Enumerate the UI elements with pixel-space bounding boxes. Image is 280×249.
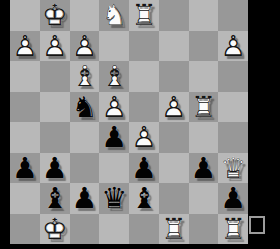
black-bishop[interactable]: ♝ (129, 183, 159, 214)
square-d8[interactable]: ♞♘ (99, 0, 129, 31)
chess-diagram: ♚♔♞♘♜♖♟♙♟♙♟♙♟♙♝♗♝♗♞♟♙♟♙♜♖♟♟♙♟♟♟♟♛♕♝♟♛♝♟♚… (0, 0, 280, 249)
square-a6[interactable] (10, 61, 40, 92)
white-bishop-outline: ♗ (101, 61, 127, 92)
black-pawn[interactable]: ♟ (129, 153, 159, 184)
white-rook[interactable]: ♜♖ (129, 0, 159, 31)
white-rook[interactable]: ♜♖ (189, 92, 219, 123)
square-f5[interactable]: ♟♙ (159, 92, 189, 123)
white-rook[interactable]: ♜♖ (159, 214, 189, 245)
black-knight[interactable]: ♞ (70, 92, 100, 123)
black-bishop[interactable]: ♝ (40, 183, 70, 214)
white-pawn-outline: ♙ (101, 92, 127, 123)
square-f6[interactable] (159, 61, 189, 92)
square-e5[interactable] (129, 92, 159, 123)
square-g7[interactable] (189, 31, 219, 62)
black-pawn-glyph: ♟ (71, 183, 97, 214)
square-b4[interactable] (40, 122, 70, 153)
square-a4[interactable] (10, 122, 40, 153)
white-pawn-outline: ♙ (161, 92, 187, 123)
black-bishop-glyph: ♝ (131, 183, 157, 214)
square-c8[interactable] (70, 0, 100, 31)
square-b8[interactable]: ♚♔ (40, 0, 70, 31)
white-rook-outline: ♖ (190, 92, 216, 123)
square-a5[interactable] (10, 92, 40, 123)
white-bishop[interactable]: ♝♗ (70, 61, 100, 92)
white-rook-outline: ♖ (220, 214, 246, 245)
square-c4[interactable] (70, 122, 100, 153)
square-a3[interactable]: ♟ (10, 153, 40, 184)
black-bishop-glyph: ♝ (42, 183, 68, 214)
square-h2[interactable]: ♟ (218, 183, 248, 214)
white-bishop-outline: ♗ (71, 61, 97, 92)
white-pawn-outline: ♙ (71, 31, 97, 62)
square-e1[interactable] (129, 214, 159, 245)
square-e4[interactable]: ♟♙ (129, 122, 159, 153)
square-c2[interactable]: ♟ (70, 183, 100, 214)
square-g3[interactable]: ♟ (189, 153, 219, 184)
square-b2[interactable]: ♝ (40, 183, 70, 214)
black-pawn-glyph: ♟ (42, 153, 68, 184)
square-c1[interactable] (70, 214, 100, 245)
white-pawn[interactable]: ♟♙ (218, 31, 248, 62)
black-pawn-glyph: ♟ (190, 153, 216, 184)
square-d7[interactable] (99, 31, 129, 62)
black-pawn-glyph: ♟ (12, 153, 38, 184)
square-d6[interactable]: ♝♗ (99, 61, 129, 92)
side-to-move-indicator (249, 216, 265, 234)
square-b5[interactable] (40, 92, 70, 123)
square-e8[interactable]: ♜♖ (129, 0, 159, 31)
white-pawn-outline: ♙ (220, 31, 246, 62)
square-c7[interactable]: ♟♙ (70, 31, 100, 62)
white-knight[interactable]: ♞♘ (99, 0, 129, 31)
square-h3[interactable]: ♛♕ (218, 153, 248, 184)
square-g5[interactable]: ♜♖ (189, 92, 219, 123)
square-h8[interactable] (218, 0, 248, 31)
white-rook-outline: ♖ (131, 0, 157, 31)
white-rook-outline: ♖ (161, 214, 187, 245)
black-queen-glyph: ♛ (101, 183, 127, 214)
square-d3[interactable] (99, 153, 129, 184)
white-king-outline: ♔ (42, 214, 68, 245)
square-h4[interactable] (218, 122, 248, 153)
square-e7[interactable] (129, 31, 159, 62)
white-pawn-outline: ♙ (12, 31, 38, 62)
black-pawn[interactable]: ♟ (218, 183, 248, 214)
white-pawn-outline: ♙ (131, 122, 157, 153)
square-h7[interactable]: ♟♙ (218, 31, 248, 62)
square-h5[interactable] (218, 92, 248, 123)
white-pawn[interactable]: ♟♙ (70, 31, 100, 62)
white-pawn[interactable]: ♟♙ (10, 31, 40, 62)
square-a7[interactable]: ♟♙ (10, 31, 40, 62)
square-f1[interactable]: ♜♖ (159, 214, 189, 245)
square-d4[interactable]: ♟ (99, 122, 129, 153)
square-h1[interactable]: ♜♖ (218, 214, 248, 245)
white-queen-outline: ♕ (220, 153, 246, 184)
white-bishop[interactable]: ♝♗ (99, 61, 129, 92)
square-a2[interactable] (10, 183, 40, 214)
square-c5[interactable]: ♞ (70, 92, 100, 123)
square-g1[interactable] (189, 214, 219, 245)
square-b6[interactable] (40, 61, 70, 92)
square-f2[interactable] (159, 183, 189, 214)
white-pawn[interactable]: ♟♙ (99, 92, 129, 123)
white-queen[interactable]: ♛♕ (218, 153, 248, 184)
square-f3[interactable] (159, 153, 189, 184)
white-king-outline: ♔ (42, 0, 68, 31)
black-pawn[interactable]: ♟ (70, 183, 100, 214)
black-pawn[interactable]: ♟ (40, 153, 70, 184)
white-pawn[interactable]: ♟♙ (129, 122, 159, 153)
square-b3[interactable]: ♟ (40, 153, 70, 184)
square-f8[interactable] (159, 0, 189, 31)
square-f7[interactable] (159, 31, 189, 62)
square-d5[interactable]: ♟♙ (99, 92, 129, 123)
square-b7[interactable]: ♟♙ (40, 31, 70, 62)
black-pawn[interactable]: ♟ (189, 153, 219, 184)
black-knight-glyph: ♞ (71, 92, 97, 123)
square-g4[interactable] (189, 122, 219, 153)
square-d1[interactable] (99, 214, 129, 245)
square-a1[interactable] (10, 214, 40, 245)
square-b1[interactable]: ♚♔ (40, 214, 70, 245)
square-c3[interactable] (70, 153, 100, 184)
square-d2[interactable]: ♛ (99, 183, 129, 214)
square-g6[interactable] (189, 61, 219, 92)
chess-board: ♚♔♞♘♜♖♟♙♟♙♟♙♟♙♝♗♝♗♞♟♙♟♙♜♖♟♟♙♟♟♟♟♛♕♝♟♛♝♟♚… (10, 0, 248, 244)
white-king[interactable]: ♚♔ (40, 0, 70, 31)
square-f4[interactable] (159, 122, 189, 153)
white-pawn-outline: ♙ (42, 31, 68, 62)
black-pawn-glyph: ♟ (101, 122, 127, 153)
square-g8[interactable] (189, 0, 219, 31)
white-knight-outline: ♘ (101, 0, 127, 31)
square-c6[interactable]: ♝♗ (70, 61, 100, 92)
square-e3[interactable]: ♟ (129, 153, 159, 184)
white-pawn[interactable]: ♟♙ (159, 92, 189, 123)
square-a8[interactable] (10, 0, 40, 31)
black-pawn[interactable]: ♟ (99, 122, 129, 153)
black-queen[interactable]: ♛ (99, 183, 129, 214)
black-pawn[interactable]: ♟ (10, 153, 40, 184)
white-king[interactable]: ♚♔ (40, 214, 70, 245)
square-h6[interactable] (218, 61, 248, 92)
square-e6[interactable] (129, 61, 159, 92)
white-rook[interactable]: ♜♖ (218, 214, 248, 245)
black-pawn-glyph: ♟ (131, 153, 157, 184)
black-pawn-glyph: ♟ (220, 183, 246, 214)
square-e2[interactable]: ♝ (129, 183, 159, 214)
white-pawn[interactable]: ♟♙ (40, 31, 70, 62)
square-g2[interactable] (189, 183, 219, 214)
